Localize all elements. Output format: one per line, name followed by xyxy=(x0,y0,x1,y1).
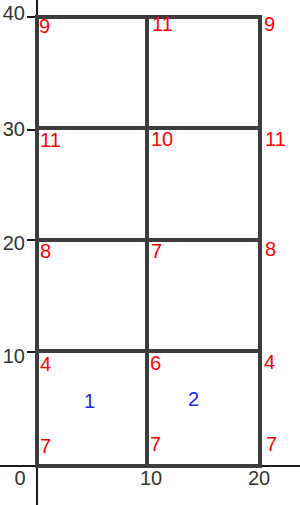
y-axis-label-10: 10 xyxy=(0,346,25,366)
grid-cell xyxy=(149,242,259,353)
node-value-0-0: 7 xyxy=(40,436,51,456)
node-value-10-20: 7 xyxy=(151,241,162,261)
puzzle-diagram: 40 30 20 10 0 10 20 9 11 9 11 10 11 8 7 … xyxy=(0,0,300,505)
grid-cell xyxy=(39,19,149,130)
grid-cell xyxy=(149,19,259,130)
grid-cell xyxy=(149,353,259,464)
node-value-20-30: 11 xyxy=(265,129,286,149)
x-axis-label-20: 20 xyxy=(239,468,279,488)
y-axis-label-20: 20 xyxy=(0,233,25,253)
origin-label: 0 xyxy=(0,468,40,488)
node-value-0-10: 4 xyxy=(40,354,51,374)
region-label-1: 1 xyxy=(84,391,95,411)
puzzle-grid xyxy=(35,15,262,468)
node-value-0-20: 8 xyxy=(40,241,51,261)
node-value-10-40: 11 xyxy=(152,14,173,34)
node-value-20-10: 4 xyxy=(264,352,275,372)
node-value-10-30: 10 xyxy=(151,129,173,149)
node-value-20-20: 8 xyxy=(265,239,276,259)
x-axis-label-10: 10 xyxy=(131,468,171,488)
node-value-20-0: 7 xyxy=(266,434,277,454)
node-value-10-10: 6 xyxy=(150,353,161,373)
grid-cell xyxy=(39,242,149,353)
region-label-2: 2 xyxy=(188,389,199,409)
node-value-10-0: 7 xyxy=(150,434,161,454)
y-axis-label-40: 40 xyxy=(0,3,25,23)
node-value-0-40: 9 xyxy=(39,16,50,36)
node-value-20-40: 9 xyxy=(264,14,275,34)
node-value-0-30: 11 xyxy=(40,130,61,150)
y-axis-label-30: 30 xyxy=(0,119,25,139)
